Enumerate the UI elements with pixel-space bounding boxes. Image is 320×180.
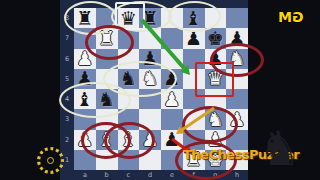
square-b6[interactable]: [96, 49, 118, 69]
rank-label-2: 2: [65, 136, 69, 143]
rank-label-6: 6: [65, 55, 69, 62]
square-h6[interactable]: ♞: [226, 49, 248, 69]
piece-wN-h6[interactable]: ♞: [229, 49, 246, 68]
piece-wP-a2[interactable]: ♟: [76, 130, 93, 149]
square-b3[interactable]: [96, 109, 118, 129]
square-g6[interactable]: ♟: [205, 49, 227, 69]
square-e6[interactable]: [161, 49, 183, 69]
square-e1[interactable]: [161, 150, 183, 170]
rank-label-8: 8: [65, 15, 69, 22]
thumbnail-stage: ♜♛♜♝♜♟♚♟♟♟♟♞♟♞♞♟♛♝♞♟♞♟♟♝♝♟♟♟♜♚ abcdefgh8…: [0, 0, 320, 180]
square-b7[interactable]: ♜: [96, 28, 118, 48]
spiral-logo-icon: [37, 147, 64, 174]
piece-wB-c2[interactable]: ♝: [120, 130, 137, 149]
square-e3[interactable]: [161, 109, 183, 129]
piece-bR-a8[interactable]: ♜: [76, 9, 93, 28]
file-label-g: g: [213, 172, 217, 179]
square-g7[interactable]: ♚: [205, 28, 227, 48]
square-a5[interactable]: ♟: [74, 69, 96, 89]
piece-bP-g6[interactable]: ♟: [207, 49, 224, 68]
square-g4[interactable]: [205, 89, 227, 109]
piece-wN-d5[interactable]: ♞: [142, 69, 159, 88]
rank-label-5: 5: [65, 76, 69, 83]
piece-bN-c5[interactable]: ♞: [120, 69, 137, 88]
square-c4[interactable]: [118, 89, 140, 109]
square-c7[interactable]: [118, 28, 140, 48]
piece-wN-g3[interactable]: ♞: [207, 110, 224, 129]
piece-bB-f8[interactable]: ♝: [185, 9, 202, 28]
square-d2[interactable]: ♟: [139, 130, 161, 150]
piece-bK-g7[interactable]: ♚: [207, 29, 224, 48]
square-f8[interactable]: ♝: [183, 8, 205, 28]
square-g8[interactable]: [205, 8, 227, 28]
square-c2[interactable]: ♝: [118, 130, 140, 150]
square-f5[interactable]: [183, 69, 205, 89]
piece-bP-h7[interactable]: ♟: [229, 29, 246, 48]
file-label-a: a: [83, 172, 87, 179]
square-d6[interactable]: ♟: [139, 49, 161, 69]
rank-label-3: 3: [65, 116, 69, 123]
square-a4[interactable]: ♝: [74, 89, 96, 109]
square-a3[interactable]: [74, 109, 96, 129]
square-c3[interactable]: [118, 109, 140, 129]
square-h4[interactable]: [226, 89, 248, 109]
rank-label-1: 1: [65, 157, 69, 164]
piece-bP-a5[interactable]: ♟: [76, 69, 93, 88]
square-b4[interactable]: ♞: [96, 89, 118, 109]
piece-bP-f7[interactable]: ♟: [185, 29, 202, 48]
square-b2[interactable]: ♝: [96, 130, 118, 150]
square-e5[interactable]: ♟: [161, 69, 183, 89]
square-h5[interactable]: [226, 69, 248, 89]
gm-logo: GM: [278, 9, 303, 25]
square-f6[interactable]: [183, 49, 205, 69]
rank-label-4: 4: [65, 96, 69, 103]
piece-wP-e4[interactable]: ♟: [163, 90, 180, 109]
square-d8[interactable]: ♜: [139, 8, 161, 28]
square-d5[interactable]: ♞: [139, 69, 161, 89]
piece-wQ-g5[interactable]: ♛: [207, 69, 224, 88]
file-label-c: c: [127, 172, 131, 179]
square-f4[interactable]: [183, 89, 205, 109]
square-d1[interactable]: [139, 150, 161, 170]
piece-bB-a4[interactable]: ♝: [76, 90, 93, 109]
square-d3[interactable]: [139, 109, 161, 129]
square-d7[interactable]: [139, 28, 161, 48]
square-c1[interactable]: [118, 150, 140, 170]
piece-wR-b7[interactable]: ♜: [98, 29, 115, 48]
square-h7[interactable]: ♟: [226, 28, 248, 48]
square-d4[interactable]: [139, 89, 161, 109]
square-b8[interactable]: [96, 8, 118, 28]
square-g5[interactable]: ♛: [205, 69, 227, 89]
piece-bR-d8[interactable]: ♜: [142, 9, 159, 28]
piece-bP-e2[interactable]: ♟: [163, 130, 180, 149]
file-label-h: h: [235, 172, 239, 179]
square-a7[interactable]: [74, 28, 96, 48]
square-a1[interactable]: [74, 150, 96, 170]
rank-label-7: 7: [65, 35, 69, 42]
square-f3[interactable]: [183, 109, 205, 129]
piece-wB-b2[interactable]: ♝: [98, 130, 115, 149]
piece-bP-d6[interactable]: ♟: [142, 49, 159, 68]
square-c8[interactable]: ♛: [118, 8, 140, 28]
piece-bN-b4[interactable]: ♞: [98, 90, 115, 109]
square-b5[interactable]: [96, 69, 118, 89]
square-g3[interactable]: ♞: [205, 109, 227, 129]
piece-wP-d2[interactable]: ♟: [142, 130, 159, 149]
square-c5[interactable]: ♞: [118, 69, 140, 89]
square-a2[interactable]: ♟: [74, 130, 96, 150]
file-label-f: f: [192, 172, 194, 179]
square-b1[interactable]: [96, 150, 118, 170]
piece-bP-e5[interactable]: ♟: [163, 69, 180, 88]
piece-bQ-c8[interactable]: ♛: [120, 9, 137, 28]
square-c6[interactable]: [118, 49, 140, 69]
file-label-d: d: [148, 172, 152, 179]
square-a6[interactable]: ♟: [74, 49, 96, 69]
chess-board[interactable]: ♜♛♜♝♜♟♚♟♟♟♟♞♟♞♞♟♛♝♞♟♞♟♟♝♝♟♟♟♜♚: [74, 8, 248, 170]
square-h8[interactable]: [226, 8, 248, 28]
square-e7[interactable]: [161, 28, 183, 48]
square-e8[interactable]: [161, 8, 183, 28]
file-label-e: e: [170, 172, 174, 179]
piece-wP-h3[interactable]: ♟: [229, 110, 246, 129]
square-h3[interactable]: ♟: [226, 109, 248, 129]
square-a8[interactable]: ♜: [74, 8, 96, 28]
piece-wP-a6[interactable]: ♟: [76, 49, 93, 68]
file-label-b: b: [105, 172, 109, 179]
knight-silhouette-icon: ♞: [258, 124, 301, 172]
square-f7[interactable]: ♟: [183, 28, 205, 48]
square-e4[interactable]: ♟: [161, 89, 183, 109]
square-e2[interactable]: ♟: [161, 130, 183, 150]
